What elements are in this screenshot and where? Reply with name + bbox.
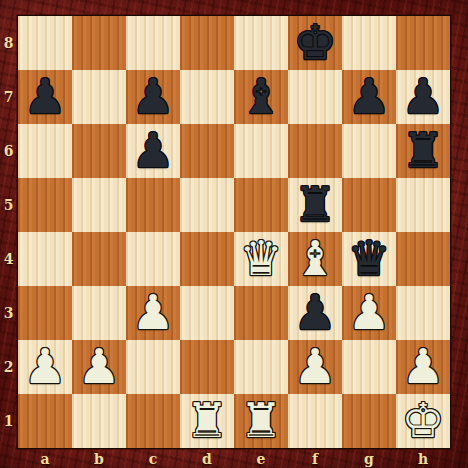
square-d2[interactable]: [180, 340, 234, 394]
square-b4[interactable]: [72, 232, 126, 286]
square-g4[interactable]: ♛: [342, 232, 396, 286]
square-e6[interactable]: [234, 124, 288, 178]
square-d1[interactable]: ♜: [180, 394, 234, 448]
square-f7[interactable]: [288, 70, 342, 124]
file-label-e: e: [234, 449, 288, 468]
piece-white-pawn-c3[interactable]: ♟: [131, 288, 174, 336]
square-h3[interactable]: [396, 286, 450, 340]
piece-white-rook-d1[interactable]: ♜: [185, 396, 228, 444]
square-b2[interactable]: ♟: [72, 340, 126, 394]
piece-white-pawn-f2[interactable]: ♟: [293, 342, 336, 390]
square-d4[interactable]: [180, 232, 234, 286]
square-h1[interactable]: ♚: [396, 394, 450, 448]
piece-black-pawn-h7[interactable]: ♟: [401, 72, 444, 120]
square-d6[interactable]: [180, 124, 234, 178]
rank-labels: 87654321: [0, 16, 17, 448]
piece-white-rook-e1[interactable]: ♜: [239, 396, 282, 444]
piece-black-pawn-c7[interactable]: ♟: [131, 72, 174, 120]
square-h4[interactable]: [396, 232, 450, 286]
file-label-h: h: [396, 449, 450, 468]
piece-white-pawn-a2[interactable]: ♟: [23, 342, 66, 390]
rank-label-6: 6: [0, 124, 17, 178]
square-d8[interactable]: [180, 16, 234, 70]
piece-white-king-h1[interactable]: ♚: [401, 396, 444, 444]
square-g3[interactable]: ♟: [342, 286, 396, 340]
piece-white-pawn-b2[interactable]: ♟: [77, 342, 120, 390]
square-h2[interactable]: ♟: [396, 340, 450, 394]
square-e3[interactable]: [234, 286, 288, 340]
chess-board: ♚♟♟♝♟♟♟♜♜♛♝♛♟♟♟♟♟♟♟♜♜♚: [18, 16, 450, 448]
piece-black-king-f8[interactable]: ♚: [293, 18, 336, 66]
piece-black-bishop-e7[interactable]: ♝: [239, 72, 282, 120]
square-e2[interactable]: [234, 340, 288, 394]
board-frame: ♚♟♟♝♟♟♟♜♜♛♝♛♟♟♟♟♟♟♟♜♜♚: [17, 15, 451, 449]
rank-label-5: 5: [0, 178, 17, 232]
square-c5[interactable]: [126, 178, 180, 232]
square-a1[interactable]: [18, 394, 72, 448]
square-b8[interactable]: [72, 16, 126, 70]
rank-label-1: 1: [0, 394, 17, 448]
rank-label-8: 8: [0, 16, 17, 70]
square-e8[interactable]: [234, 16, 288, 70]
square-c2[interactable]: [126, 340, 180, 394]
square-a7[interactable]: ♟: [18, 70, 72, 124]
square-g6[interactable]: [342, 124, 396, 178]
square-f4[interactable]: ♝: [288, 232, 342, 286]
square-b3[interactable]: [72, 286, 126, 340]
square-c1[interactable]: [126, 394, 180, 448]
square-e1[interactable]: ♜: [234, 394, 288, 448]
chess-diagram: 87654321 ♚♟♟♝♟♟♟♜♜♛♝♛♟♟♟♟♟♟♟♜♜♚ abcdefgh: [0, 0, 468, 468]
piece-white-pawn-h2[interactable]: ♟: [401, 342, 444, 390]
square-b6[interactable]: [72, 124, 126, 178]
square-b1[interactable]: [72, 394, 126, 448]
square-b5[interactable]: [72, 178, 126, 232]
piece-black-queen-g4[interactable]: ♛: [347, 234, 390, 282]
square-h8[interactable]: [396, 16, 450, 70]
square-g1[interactable]: [342, 394, 396, 448]
square-a6[interactable]: [18, 124, 72, 178]
square-c4[interactable]: [126, 232, 180, 286]
piece-white-queen-e4[interactable]: ♛: [239, 234, 282, 282]
piece-black-pawn-f3[interactable]: ♟: [293, 288, 336, 336]
square-g8[interactable]: [342, 16, 396, 70]
square-g5[interactable]: [342, 178, 396, 232]
square-f8[interactable]: ♚: [288, 16, 342, 70]
square-e7[interactable]: ♝: [234, 70, 288, 124]
file-labels: abcdefgh: [18, 449, 450, 468]
piece-black-pawn-a7[interactable]: ♟: [23, 72, 66, 120]
square-c8[interactable]: [126, 16, 180, 70]
square-f5[interactable]: ♜: [288, 178, 342, 232]
file-label-d: d: [180, 449, 234, 468]
piece-white-bishop-f4[interactable]: ♝: [293, 234, 336, 282]
file-label-c: c: [126, 449, 180, 468]
square-f3[interactable]: ♟: [288, 286, 342, 340]
file-label-g: g: [342, 449, 396, 468]
square-f2[interactable]: ♟: [288, 340, 342, 394]
square-b7[interactable]: [72, 70, 126, 124]
square-f1[interactable]: [288, 394, 342, 448]
file-label-f: f: [288, 449, 342, 468]
square-c7[interactable]: ♟: [126, 70, 180, 124]
piece-black-pawn-g7[interactable]: ♟: [347, 72, 390, 120]
square-a2[interactable]: ♟: [18, 340, 72, 394]
piece-white-pawn-g3[interactable]: ♟: [347, 288, 390, 336]
square-c3[interactable]: ♟: [126, 286, 180, 340]
file-label-b: b: [72, 449, 126, 468]
square-h5[interactable]: [396, 178, 450, 232]
square-a3[interactable]: [18, 286, 72, 340]
file-label-a: a: [18, 449, 72, 468]
rank-label-7: 7: [0, 70, 17, 124]
square-e4[interactable]: ♛: [234, 232, 288, 286]
square-a4[interactable]: [18, 232, 72, 286]
square-a5[interactable]: [18, 178, 72, 232]
square-g7[interactable]: ♟: [342, 70, 396, 124]
square-d5[interactable]: [180, 178, 234, 232]
square-f6[interactable]: [288, 124, 342, 178]
piece-black-rook-f5[interactable]: ♜: [293, 180, 336, 228]
piece-black-pawn-c6[interactable]: ♟: [131, 126, 174, 174]
rank-label-3: 3: [0, 286, 17, 340]
square-a8[interactable]: [18, 16, 72, 70]
square-e5[interactable]: [234, 178, 288, 232]
square-h7[interactable]: ♟: [396, 70, 450, 124]
rank-label-4: 4: [0, 232, 17, 286]
piece-black-rook-h6[interactable]: ♜: [401, 126, 444, 174]
square-h6[interactable]: ♜: [396, 124, 450, 178]
square-d7[interactable]: [180, 70, 234, 124]
square-g2[interactable]: [342, 340, 396, 394]
rank-label-2: 2: [0, 340, 17, 394]
square-c6[interactable]: ♟: [126, 124, 180, 178]
square-d3[interactable]: [180, 286, 234, 340]
